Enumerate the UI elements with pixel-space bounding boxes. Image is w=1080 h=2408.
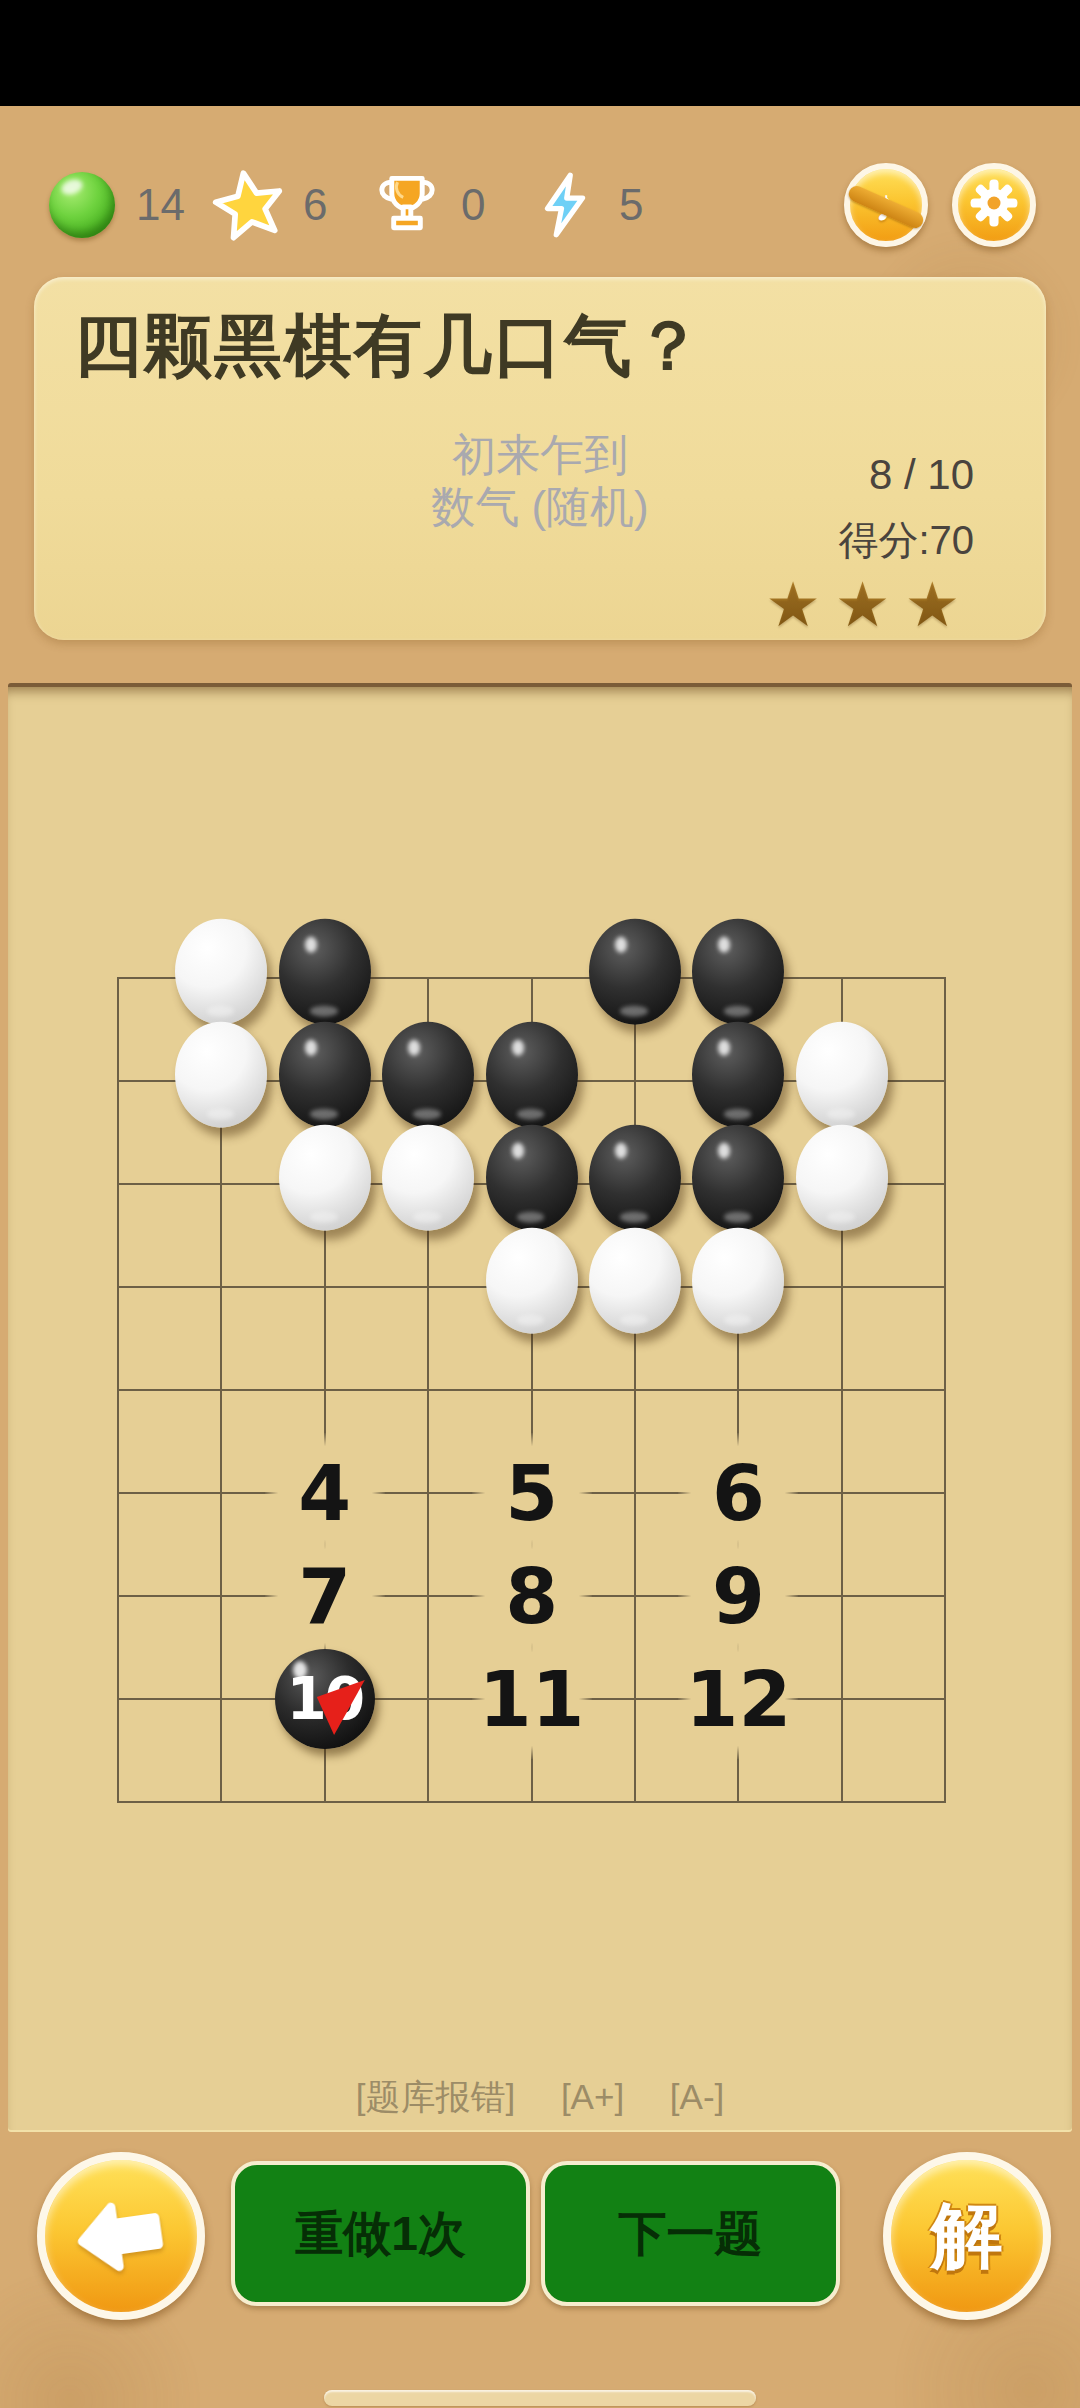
home-indicator bbox=[324, 2390, 756, 2406]
white-stone bbox=[589, 1228, 681, 1334]
white-stone bbox=[382, 1125, 474, 1231]
white-stone bbox=[796, 1022, 888, 1128]
grid-line-h bbox=[117, 1801, 946, 1803]
black-stone bbox=[486, 1125, 578, 1231]
grid-line-h bbox=[117, 1389, 946, 1391]
answer-option-label: 11 bbox=[479, 1655, 585, 1744]
back-button[interactable] bbox=[37, 2152, 205, 2320]
answer-option-11[interactable]: 11 bbox=[472, 1639, 592, 1759]
font-larger-link[interactable]: [A+] bbox=[561, 2077, 624, 2116]
white-stone bbox=[486, 1228, 578, 1334]
footer-links: [题库报错] [A+] [A-] bbox=[0, 2074, 1080, 2121]
white-stone bbox=[796, 1125, 888, 1231]
black-stone bbox=[692, 1125, 784, 1231]
answer-option-label: 6 bbox=[712, 1449, 765, 1538]
answer-option-label: 7 bbox=[298, 1552, 351, 1641]
white-stone bbox=[692, 1228, 784, 1334]
black-stone bbox=[589, 919, 681, 1025]
answer-option-6[interactable]: 6 bbox=[678, 1433, 798, 1553]
answer-option-7[interactable]: 7 bbox=[265, 1536, 385, 1656]
answer-option-label: 4 bbox=[298, 1449, 351, 1538]
answer-option-label: 5 bbox=[505, 1449, 558, 1538]
answer-option-8[interactable]: 8 bbox=[472, 1536, 592, 1656]
report-error-link[interactable]: [题库报错] bbox=[356, 2077, 515, 2116]
white-stone bbox=[175, 1022, 267, 1128]
next-question-button[interactable]: 下一题 bbox=[541, 2161, 840, 2306]
answer-option-9[interactable]: 9 bbox=[678, 1536, 798, 1656]
solution-button[interactable]: 解 bbox=[883, 2152, 1051, 2320]
next-button-label: 下一题 bbox=[619, 2202, 763, 2266]
answer-option-10[interactable]: 10 bbox=[265, 1639, 385, 1759]
redo-button-label: 重做1次 bbox=[295, 2202, 466, 2266]
font-smaller-link[interactable]: [A-] bbox=[670, 2077, 724, 2116]
black-stone bbox=[382, 1022, 474, 1128]
redo-button[interactable]: 重做1次 bbox=[231, 2161, 530, 2306]
back-arrow-icon bbox=[68, 2194, 173, 2279]
black-stone bbox=[692, 919, 784, 1025]
black-stone bbox=[279, 919, 371, 1025]
answer-option-12[interactable]: 12 bbox=[678, 1639, 798, 1759]
answer-option-4[interactable]: 4 bbox=[265, 1433, 385, 1553]
black-stone bbox=[589, 1125, 681, 1231]
white-stone bbox=[175, 919, 267, 1025]
app-screen: 14 6 0 bbox=[0, 0, 1080, 2408]
answer-option-5[interactable]: 5 bbox=[472, 1433, 592, 1553]
grid-line-v bbox=[634, 977, 636, 1803]
answer-option-label: 12 bbox=[686, 1655, 792, 1744]
black-stone bbox=[486, 1022, 578, 1128]
answer-option-label: 8 bbox=[505, 1552, 558, 1641]
grid-line-v bbox=[944, 977, 946, 1803]
answer-option-label: 9 bbox=[712, 1552, 765, 1641]
goban: 456789101112 bbox=[0, 0, 1080, 2408]
solution-button-label: 解 bbox=[931, 2188, 1003, 2284]
black-stone bbox=[692, 1022, 784, 1128]
black-stone bbox=[279, 1022, 371, 1128]
white-stone bbox=[279, 1125, 371, 1231]
